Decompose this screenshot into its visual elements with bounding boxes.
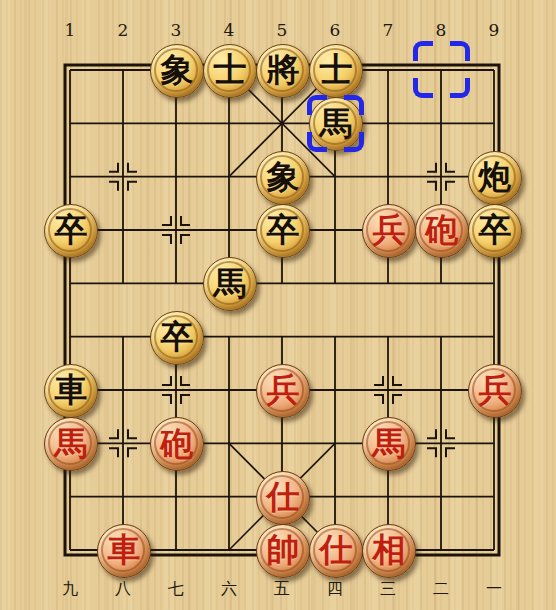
piece-glyph: 象 — [267, 160, 300, 193]
piece-glyph: 卒 — [267, 213, 300, 246]
piece-disc: 象 — [256, 151, 310, 205]
last-move-from-marker — [413, 41, 470, 98]
piece-disc: 仕 — [256, 471, 310, 525]
piece-disc: 將 — [256, 44, 310, 98]
piece-black-象[interactable]: 象 — [256, 151, 308, 203]
piece-glyph: 卒 — [161, 320, 194, 353]
piece-disc: 兵 — [468, 364, 522, 418]
piece-glyph: 士 — [320, 53, 353, 86]
piece-glyph: 士 — [214, 53, 247, 86]
piece-red-兵[interactable]: 兵 — [468, 364, 520, 416]
piece-red-馬[interactable]: 馬 — [44, 417, 96, 469]
piece-glyph: 馬 — [373, 427, 406, 460]
piece-black-卒[interactable]: 卒 — [150, 311, 202, 363]
piece-red-仕[interactable]: 仕 — [256, 471, 308, 523]
piece-red-馬[interactable]: 馬 — [362, 417, 414, 469]
bracket-corner-tl — [413, 41, 433, 61]
piece-red-車[interactable]: 車 — [97, 524, 149, 576]
piece-glyph: 卒 — [55, 213, 88, 246]
piece-glyph: 馬 — [214, 267, 247, 300]
piece-disc: 卒 — [256, 204, 310, 258]
piece-disc: 馬 — [362, 417, 416, 471]
piece-red-砲[interactable]: 砲 — [415, 204, 467, 256]
piece-disc: 卒 — [150, 311, 204, 365]
piece-red-砲[interactable]: 砲 — [150, 417, 202, 469]
piece-black-炮[interactable]: 炮 — [468, 151, 520, 203]
piece-glyph: 炮 — [479, 160, 512, 193]
piece-disc: 車 — [44, 364, 98, 418]
piece-disc: 士 — [203, 44, 257, 98]
piece-black-卒[interactable]: 卒 — [256, 204, 308, 256]
piece-red-帥[interactable]: 帥 — [256, 524, 308, 576]
piece-disc: 象 — [150, 44, 204, 98]
piece-black-將[interactable]: 將 — [256, 44, 308, 96]
piece-glyph: 兵 — [373, 213, 406, 246]
piece-black-馬[interactable]: 馬 — [203, 257, 255, 309]
piece-disc: 士 — [309, 44, 363, 98]
piece-disc: 兵 — [256, 364, 310, 418]
piece-black-馬[interactable]: 馬 — [309, 97, 361, 149]
piece-disc: 砲 — [150, 417, 204, 471]
piece-glyph: 兵 — [267, 373, 300, 406]
piece-disc: 帥 — [256, 524, 310, 578]
piece-disc: 馬 — [44, 417, 98, 471]
piece-black-士[interactable]: 士 — [309, 44, 361, 96]
piece-glyph: 相 — [373, 533, 406, 566]
bracket-corner-bl — [413, 78, 433, 98]
piece-glyph: 砲 — [426, 213, 459, 246]
piece-red-兵[interactable]: 兵 — [362, 204, 414, 256]
piece-black-卒[interactable]: 卒 — [44, 204, 96, 256]
bracket-corner-tr — [450, 41, 470, 61]
piece-disc: 仕 — [309, 524, 363, 578]
piece-glyph: 帥 — [267, 533, 300, 566]
piece-black-士[interactable]: 士 — [203, 44, 255, 96]
piece-glyph: 象 — [161, 53, 194, 86]
piece-red-仕[interactable]: 仕 — [309, 524, 361, 576]
piece-black-卒[interactable]: 卒 — [468, 204, 520, 256]
board: 象士將士馬象炮卒卒兵砲卒馬卒車兵兵馬砲馬仕車帥仕相 — [44, 43, 521, 576]
piece-glyph: 砲 — [161, 427, 194, 460]
piece-disc: 相 — [362, 524, 416, 578]
piece-red-相[interactable]: 相 — [362, 524, 414, 576]
piece-disc: 兵 — [362, 204, 416, 258]
piece-glyph: 仕 — [267, 480, 300, 513]
piece-black-象[interactable]: 象 — [150, 44, 202, 96]
piece-black-車[interactable]: 車 — [44, 364, 96, 416]
piece-disc: 卒 — [44, 204, 98, 258]
piece-glyph: 車 — [55, 373, 88, 406]
xiangqi-board-app: 123456789 象士將士馬象炮卒卒兵砲卒馬卒車兵兵馬砲馬仕車帥仕相 九八七六… — [0, 0, 556, 610]
piece-glyph: 馬 — [55, 427, 88, 460]
piece-glyph: 車 — [108, 533, 141, 566]
piece-disc: 卒 — [468, 204, 522, 258]
piece-glyph: 兵 — [479, 373, 512, 406]
piece-red-兵[interactable]: 兵 — [256, 364, 308, 416]
piece-glyph: 將 — [267, 53, 300, 86]
piece-glyph: 馬 — [320, 107, 353, 140]
piece-disc: 炮 — [468, 151, 522, 205]
piece-disc: 馬 — [309, 97, 363, 151]
piece-glyph: 仕 — [320, 533, 353, 566]
bracket-corner-br — [450, 78, 470, 98]
piece-disc: 車 — [97, 524, 151, 578]
piece-glyph: 卒 — [479, 213, 512, 246]
piece-disc: 砲 — [415, 204, 469, 258]
piece-disc: 馬 — [203, 257, 257, 311]
